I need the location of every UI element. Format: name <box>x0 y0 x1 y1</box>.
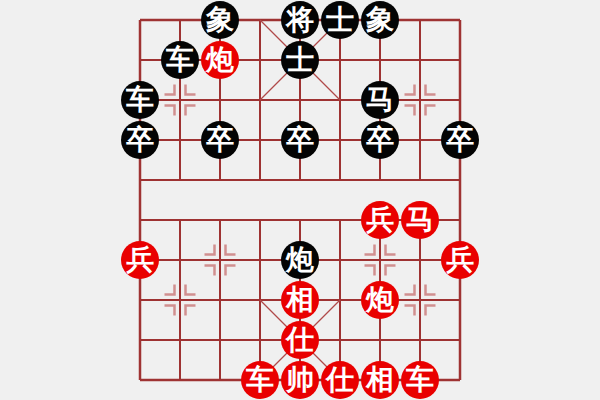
piece-black-advisor[interactable]: 士 <box>281 41 319 79</box>
piece-red-chariot[interactable]: 车 <box>241 361 279 399</box>
piece-black-general[interactable]: 将 <box>281 1 319 39</box>
piece-black-cannon[interactable]: 炮 <box>281 241 319 279</box>
piece-black-horse[interactable]: 马 <box>361 81 399 119</box>
piece-red-soldier[interactable]: 兵 <box>361 201 399 239</box>
piece-red-advisor[interactable]: 仕 <box>321 361 359 399</box>
piece-red-elephant[interactable]: 相 <box>361 361 399 399</box>
piece-red-cannon[interactable]: 炮 <box>201 41 239 79</box>
piece-black-elephant[interactable]: 象 <box>201 1 239 39</box>
piece-red-advisor[interactable]: 仕 <box>281 321 319 359</box>
piece-red-soldier[interactable]: 兵 <box>441 241 479 279</box>
piece-black-soldier[interactable]: 卒 <box>201 121 239 159</box>
piece-black-soldier[interactable]: 卒 <box>281 121 319 159</box>
xiangqi-board-app: 象将士象车炮士车马卒卒卒卒卒兵马兵炮兵相炮仕车帅仕相车 <box>0 0 600 400</box>
piece-red-elephant[interactable]: 相 <box>281 281 319 319</box>
piece-red-cannon[interactable]: 炮 <box>361 281 399 319</box>
piece-black-soldier[interactable]: 卒 <box>441 121 479 159</box>
piece-red-general[interactable]: 帅 <box>281 361 319 399</box>
pieces-layer: 象将士象车炮士车马卒卒卒卒卒兵马兵炮兵相炮仕车帅仕相车 <box>120 0 480 400</box>
piece-red-soldier[interactable]: 兵 <box>121 241 159 279</box>
piece-black-advisor[interactable]: 士 <box>321 1 359 39</box>
piece-red-chariot[interactable]: 车 <box>401 361 439 399</box>
piece-black-soldier[interactable]: 卒 <box>361 121 399 159</box>
piece-black-chariot[interactable]: 车 <box>161 41 199 79</box>
piece-red-horse[interactable]: 马 <box>401 201 439 239</box>
piece-black-chariot[interactable]: 车 <box>121 81 159 119</box>
piece-black-elephant[interactable]: 象 <box>361 1 399 39</box>
piece-black-soldier[interactable]: 卒 <box>121 121 159 159</box>
